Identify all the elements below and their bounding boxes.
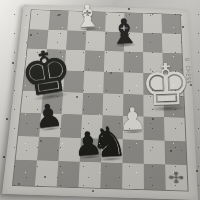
piece-black-bishop-f7[interactable]: ♝ xyxy=(108,13,140,49)
piece-black-knight-e2[interactable]: ♞ xyxy=(90,121,129,164)
piece-black-king-b5[interactable]: ♚ xyxy=(16,40,76,105)
piece-white-king-h5[interactable]: ♚ xyxy=(140,56,193,115)
pieces-layer: ♝♝♚♚♟♟♟♞ xyxy=(0,0,200,200)
piece-black-pawn-b3[interactable]: ♟ xyxy=(33,99,64,133)
piece-white-bishop-d8[interactable]: ♝ xyxy=(73,0,102,32)
photo-frame: ✣ © CHESS ♝♝♚♚♟♟♟♞ xyxy=(0,0,200,200)
